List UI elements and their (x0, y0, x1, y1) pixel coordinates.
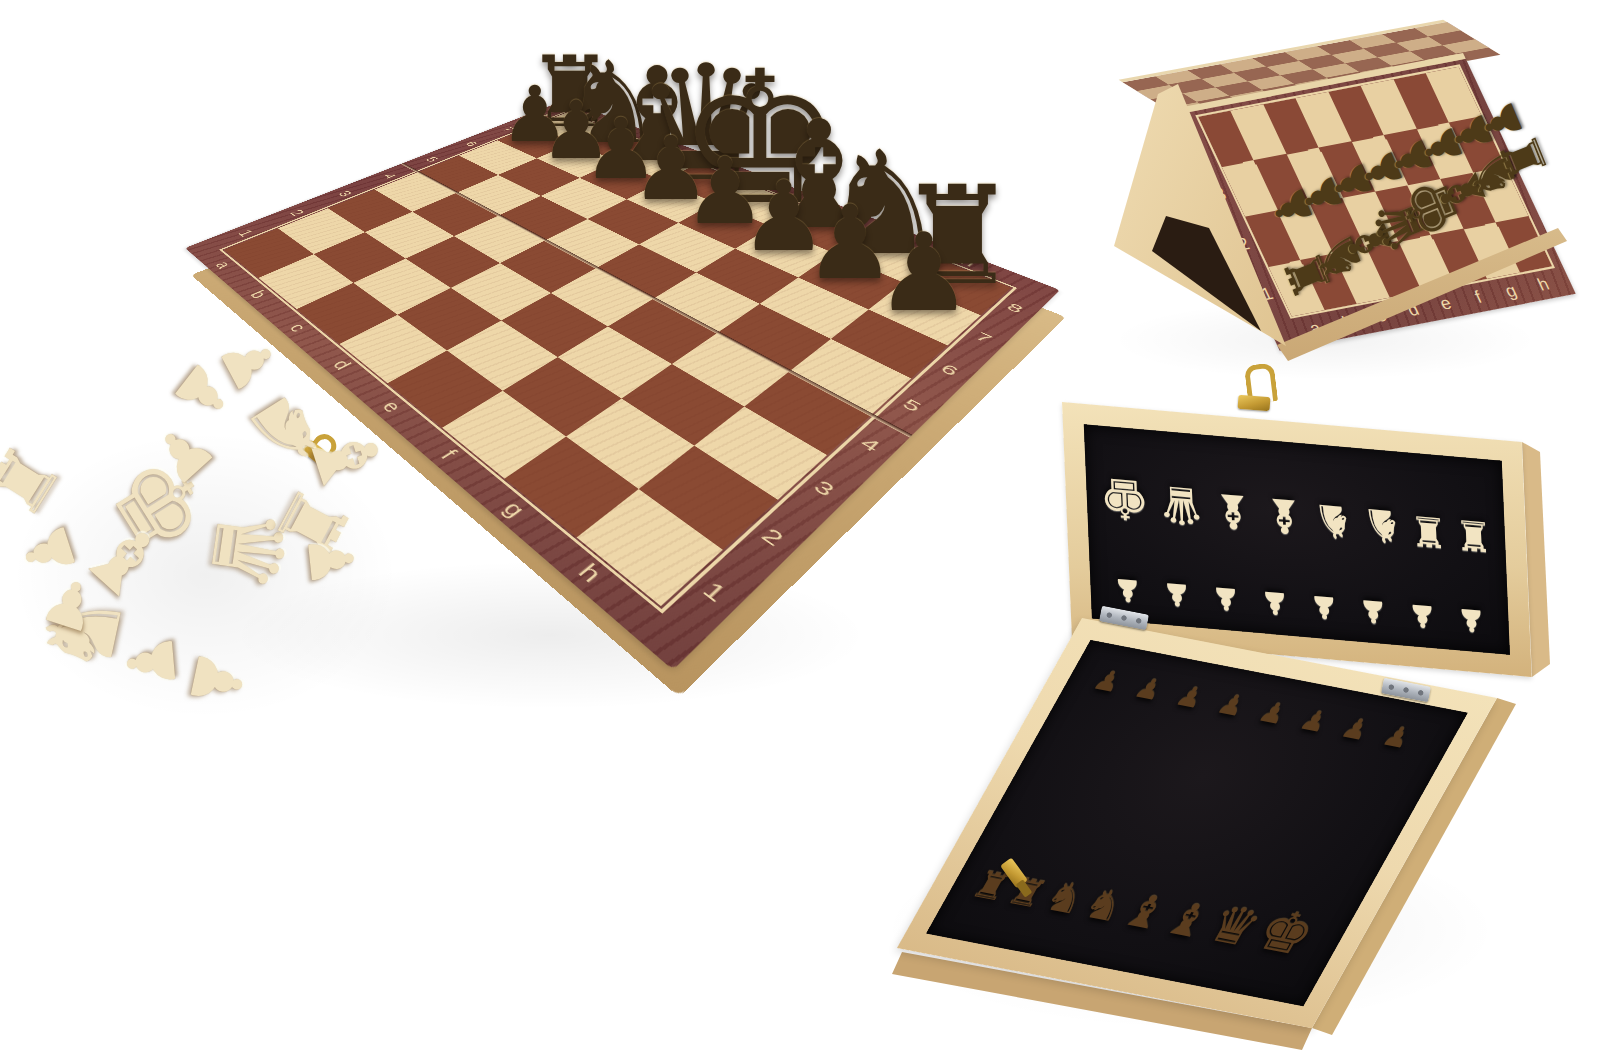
pile-piece-white-pawn: ♟ (117, 631, 186, 694)
box-piece-white-bishop: ♝ (1259, 444, 1306, 542)
box-clasp-plate (1238, 395, 1271, 411)
rank-label: 4 (847, 430, 893, 461)
box-piece-white-pawn: ♟ (1455, 567, 1486, 637)
rank-label: 3 (800, 471, 848, 506)
box-piece-white-king: ♚ (1096, 429, 1151, 527)
piece-black-pawn-h7: ♟ (876, 219, 973, 327)
box-piece-white-pawn: ♟ (1259, 549, 1290, 619)
box-piece-dark-pawn: ♟ (1113, 675, 1168, 735)
box-piece-white-knight: ♞ (1358, 452, 1403, 550)
box-piece-dark-pawn: ♟ (1320, 715, 1375, 775)
box-piece-dark-pawn: ♟ (1155, 683, 1210, 743)
pile-piece-white-rook: ♜ (0, 433, 74, 531)
box-piece-white-bishop: ♝ (1209, 439, 1256, 537)
box-piece-dark-pawn: ♟ (1279, 707, 1334, 767)
box-piece-white-pawn: ♟ (1111, 537, 1142, 607)
box-piece-white-pawn: ♟ (1161, 541, 1192, 611)
file-label: a (208, 256, 238, 274)
pile-piece-white-pawn: ♟ (298, 530, 363, 590)
box-piece-white-pawn: ♟ (1210, 545, 1241, 615)
chess-set-product-photo: 1122334455667788aabbccddeeffgghh ♜♞♝♛♚♝♞… (0, 0, 1600, 1052)
box-piece-white-pawn: ♟ (1357, 558, 1388, 628)
box-base: ♟♟♟♟♟♟♟♟ ♜♜♞♞♝♝♛♚ (897, 618, 1497, 1028)
folded-board: 4321abcdefgh ♟♟♟♟♟♟♟♟♜♞♝♛♚♝♞♜ (1080, 20, 1600, 380)
rank-label: 1 (688, 570, 741, 614)
box-piece-white-rook: ♜ (1407, 456, 1448, 553)
folded-file-label: h (1529, 273, 1558, 296)
box-piece-white-pawn: ♟ (1308, 554, 1339, 624)
folded-file-label: g (1497, 280, 1526, 303)
rank-label: 5 (890, 392, 934, 420)
rank-label: 2 (747, 518, 798, 557)
file-label: b (242, 285, 274, 305)
rank-label: 6 (928, 358, 970, 384)
box-piece-white-pawn: ♟ (1406, 562, 1437, 632)
box-piece-white-rook: ♜ (1452, 460, 1493, 557)
box-piece-white-queen: ♛ (1154, 434, 1205, 532)
folded-file-label: f (1464, 286, 1493, 309)
box-piece-white-knight: ♞ (1310, 448, 1355, 546)
box-piece-dark-pawn: ♟ (1196, 691, 1251, 751)
box-piece-dark-pawn: ♟ (1237, 699, 1292, 759)
